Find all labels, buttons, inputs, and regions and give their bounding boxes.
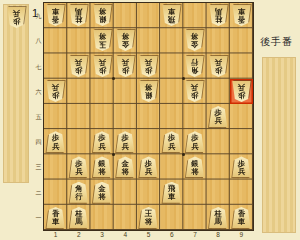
shogi-piece[interactable]: 銀将 xyxy=(185,156,204,177)
歩兵-piece-face: 歩兵 xyxy=(116,131,135,152)
file-label: 7 xyxy=(190,231,200,238)
角行-piece-face: 角行 xyxy=(69,182,88,203)
shogi-piece[interactable]: 玉将 xyxy=(93,30,112,51)
歩兵-piece-face: 歩兵 xyxy=(46,131,65,152)
shogi-board[interactable]: 歩兵歩兵銀将歩兵歩兵角行歩兵歩兵歩兵歩兵金将金将玉将香車桂馬飛車銀将桂馬香車歩兵… xyxy=(43,2,254,231)
shogi-piece[interactable]: 歩兵 xyxy=(69,156,88,177)
file-label: 6 xyxy=(167,231,177,238)
shogi-piece[interactable]: 歩兵 xyxy=(93,131,112,152)
香車-piece-face: 香車 xyxy=(232,207,251,228)
rank-label: 一 xyxy=(34,214,43,223)
shogi-piece[interactable]: 金将 xyxy=(116,30,135,51)
shogi-piece[interactable]: 歩兵 xyxy=(46,131,65,152)
rank-label: 六 xyxy=(34,88,43,97)
歩兵-piece-face: 歩兵 xyxy=(209,56,228,77)
rank-label: 八 xyxy=(34,37,43,46)
飛車-piece-face: 飛車 xyxy=(162,182,181,203)
hoshi-dot xyxy=(182,153,185,156)
rank-label: 三 xyxy=(34,163,43,172)
歩兵-piece-face: 歩兵 xyxy=(209,106,228,127)
file-label: 1 xyxy=(51,231,61,238)
桂馬-piece-face: 桂馬 xyxy=(69,207,88,228)
shogi-piece[interactable]: 歩兵 xyxy=(46,81,65,102)
金将-piece-face: 金将 xyxy=(116,30,135,51)
shogi-piece[interactable]: 歩兵 xyxy=(185,81,204,102)
shogi-piece[interactable]: 桂馬 xyxy=(209,207,228,228)
shogi-piece[interactable]: 角行 xyxy=(69,182,88,203)
shogi-piece[interactable]: 歩兵 xyxy=(139,56,158,77)
歩兵-piece-face: 歩兵 xyxy=(139,156,158,177)
桂馬-piece-face: 桂馬 xyxy=(209,207,228,228)
file-label: 8 xyxy=(213,231,223,238)
歩兵-piece-face: 歩兵 xyxy=(139,56,158,77)
歩兵-piece-face: 歩兵 xyxy=(116,56,135,77)
shogi-piece[interactable]: 角行 xyxy=(185,56,204,77)
shogi-piece[interactable]: 飛車 xyxy=(162,182,181,203)
shogi-piece[interactable]: 桂馬 xyxy=(209,5,228,26)
shogi-piece[interactable]: 金将 xyxy=(185,30,204,51)
shogi-piece[interactable]: 銀将 xyxy=(93,5,112,26)
桂馬-piece-face: 桂馬 xyxy=(209,5,228,26)
rank-label: 五 xyxy=(34,113,43,122)
shogi-piece[interactable]: 王将 xyxy=(139,207,158,228)
gote-captured-stand[interactable] xyxy=(262,57,296,233)
玉将-piece-face: 玉将 xyxy=(93,30,112,51)
hoshi-dot xyxy=(112,77,115,80)
sente-captured-stand[interactable]: 歩兵 xyxy=(3,4,29,183)
shogi-piece[interactable]: 銀将 xyxy=(139,81,158,102)
歩兵-piece-face: 歩兵 xyxy=(46,81,65,102)
歩兵-piece-face: 歩兵 xyxy=(162,131,181,152)
file-label: 9 xyxy=(236,231,246,238)
shogi-piece[interactable]: 金将 xyxy=(116,156,135,177)
shogi-piece[interactable]: 歩兵 xyxy=(185,131,204,152)
香車-piece-face: 香車 xyxy=(46,5,65,26)
rank-label: 九 xyxy=(34,12,43,21)
歩兵-piece-face: 歩兵 xyxy=(7,7,26,28)
file-label: 3 xyxy=(97,231,107,238)
rank-label: 二 xyxy=(34,189,43,198)
file-label: 2 xyxy=(74,231,84,238)
shogi-piece[interactable]: 歩兵 xyxy=(209,106,228,127)
金将-piece-face: 金将 xyxy=(185,30,204,51)
銀将-piece-face: 銀将 xyxy=(185,156,204,177)
金将-piece-face: 金将 xyxy=(93,182,112,203)
歩兵-piece-face: 歩兵 xyxy=(185,131,204,152)
hoshi-dot xyxy=(182,77,185,80)
file-label: 5 xyxy=(144,231,154,238)
rank-label: 七 xyxy=(34,63,43,72)
shogi-piece[interactable]: 香車 xyxy=(232,207,251,228)
金将-piece-face: 金将 xyxy=(116,156,135,177)
shogi-piece[interactable]: 桂馬 xyxy=(69,207,88,228)
rank-label: 四 xyxy=(34,138,43,147)
歩兵-piece-face: 歩兵 xyxy=(232,81,251,102)
銀将-piece-face: 銀将 xyxy=(139,81,158,102)
shogi-piece[interactable]: 桂馬 xyxy=(69,5,88,26)
歩兵-piece-face: 歩兵 xyxy=(93,131,112,152)
香車-piece-face: 香車 xyxy=(46,207,65,228)
file-label: 4 xyxy=(120,231,130,238)
shogi-piece[interactable]: 歩兵 xyxy=(93,56,112,77)
shogi-piece[interactable]: 歩兵 xyxy=(209,56,228,77)
shogi-piece[interactable]: 歩兵 xyxy=(139,156,158,177)
角行-piece-face: 角行 xyxy=(185,56,204,77)
shogi-piece[interactable]: 歩兵 xyxy=(69,56,88,77)
飛車-piece-face: 飛車 xyxy=(162,5,181,26)
turn-indicator: 後手番 xyxy=(260,35,300,49)
shogi-piece[interactable]: 金将 xyxy=(93,182,112,203)
歩兵-piece-face: 歩兵 xyxy=(93,56,112,77)
shogi-piece[interactable]: 銀将 xyxy=(93,156,112,177)
shogi-piece[interactable]: 歩兵 xyxy=(116,131,135,152)
香車-piece-face: 香車 xyxy=(232,5,251,26)
歩兵-piece-face: 歩兵 xyxy=(69,56,88,77)
shogi-piece[interactable]: 歩兵 xyxy=(232,81,251,102)
shogi-piece[interactable]: 香車 xyxy=(46,5,65,26)
hoshi-dot xyxy=(112,153,115,156)
桂馬-piece-face: 桂馬 xyxy=(69,5,88,26)
歩兵-piece-face: 歩兵 xyxy=(185,81,204,102)
shogi-piece[interactable]: 香車 xyxy=(232,5,251,26)
歩兵-piece-face: 歩兵 xyxy=(69,156,88,177)
shogi-piece[interactable]: 香車 xyxy=(46,207,65,228)
hand-piece[interactable]: 歩兵 xyxy=(7,7,26,28)
銀将-piece-face: 銀将 xyxy=(93,156,112,177)
shogi-app: 歩兵 1 後手番 歩兵歩兵銀将歩兵歩兵角行歩兵歩兵歩兵歩兵金将金将玉将香車桂馬飛… xyxy=(0,0,300,240)
shogi-piece[interactable]: 飛車 xyxy=(162,5,181,26)
王将-piece-face: 王将 xyxy=(139,207,158,228)
shogi-piece[interactable]: 歩兵 xyxy=(232,156,251,177)
shogi-piece[interactable]: 歩兵 xyxy=(162,131,181,152)
歩兵-piece-face: 歩兵 xyxy=(232,156,251,177)
shogi-piece[interactable]: 歩兵 xyxy=(116,56,135,77)
銀将-piece-face: 銀将 xyxy=(93,5,112,26)
